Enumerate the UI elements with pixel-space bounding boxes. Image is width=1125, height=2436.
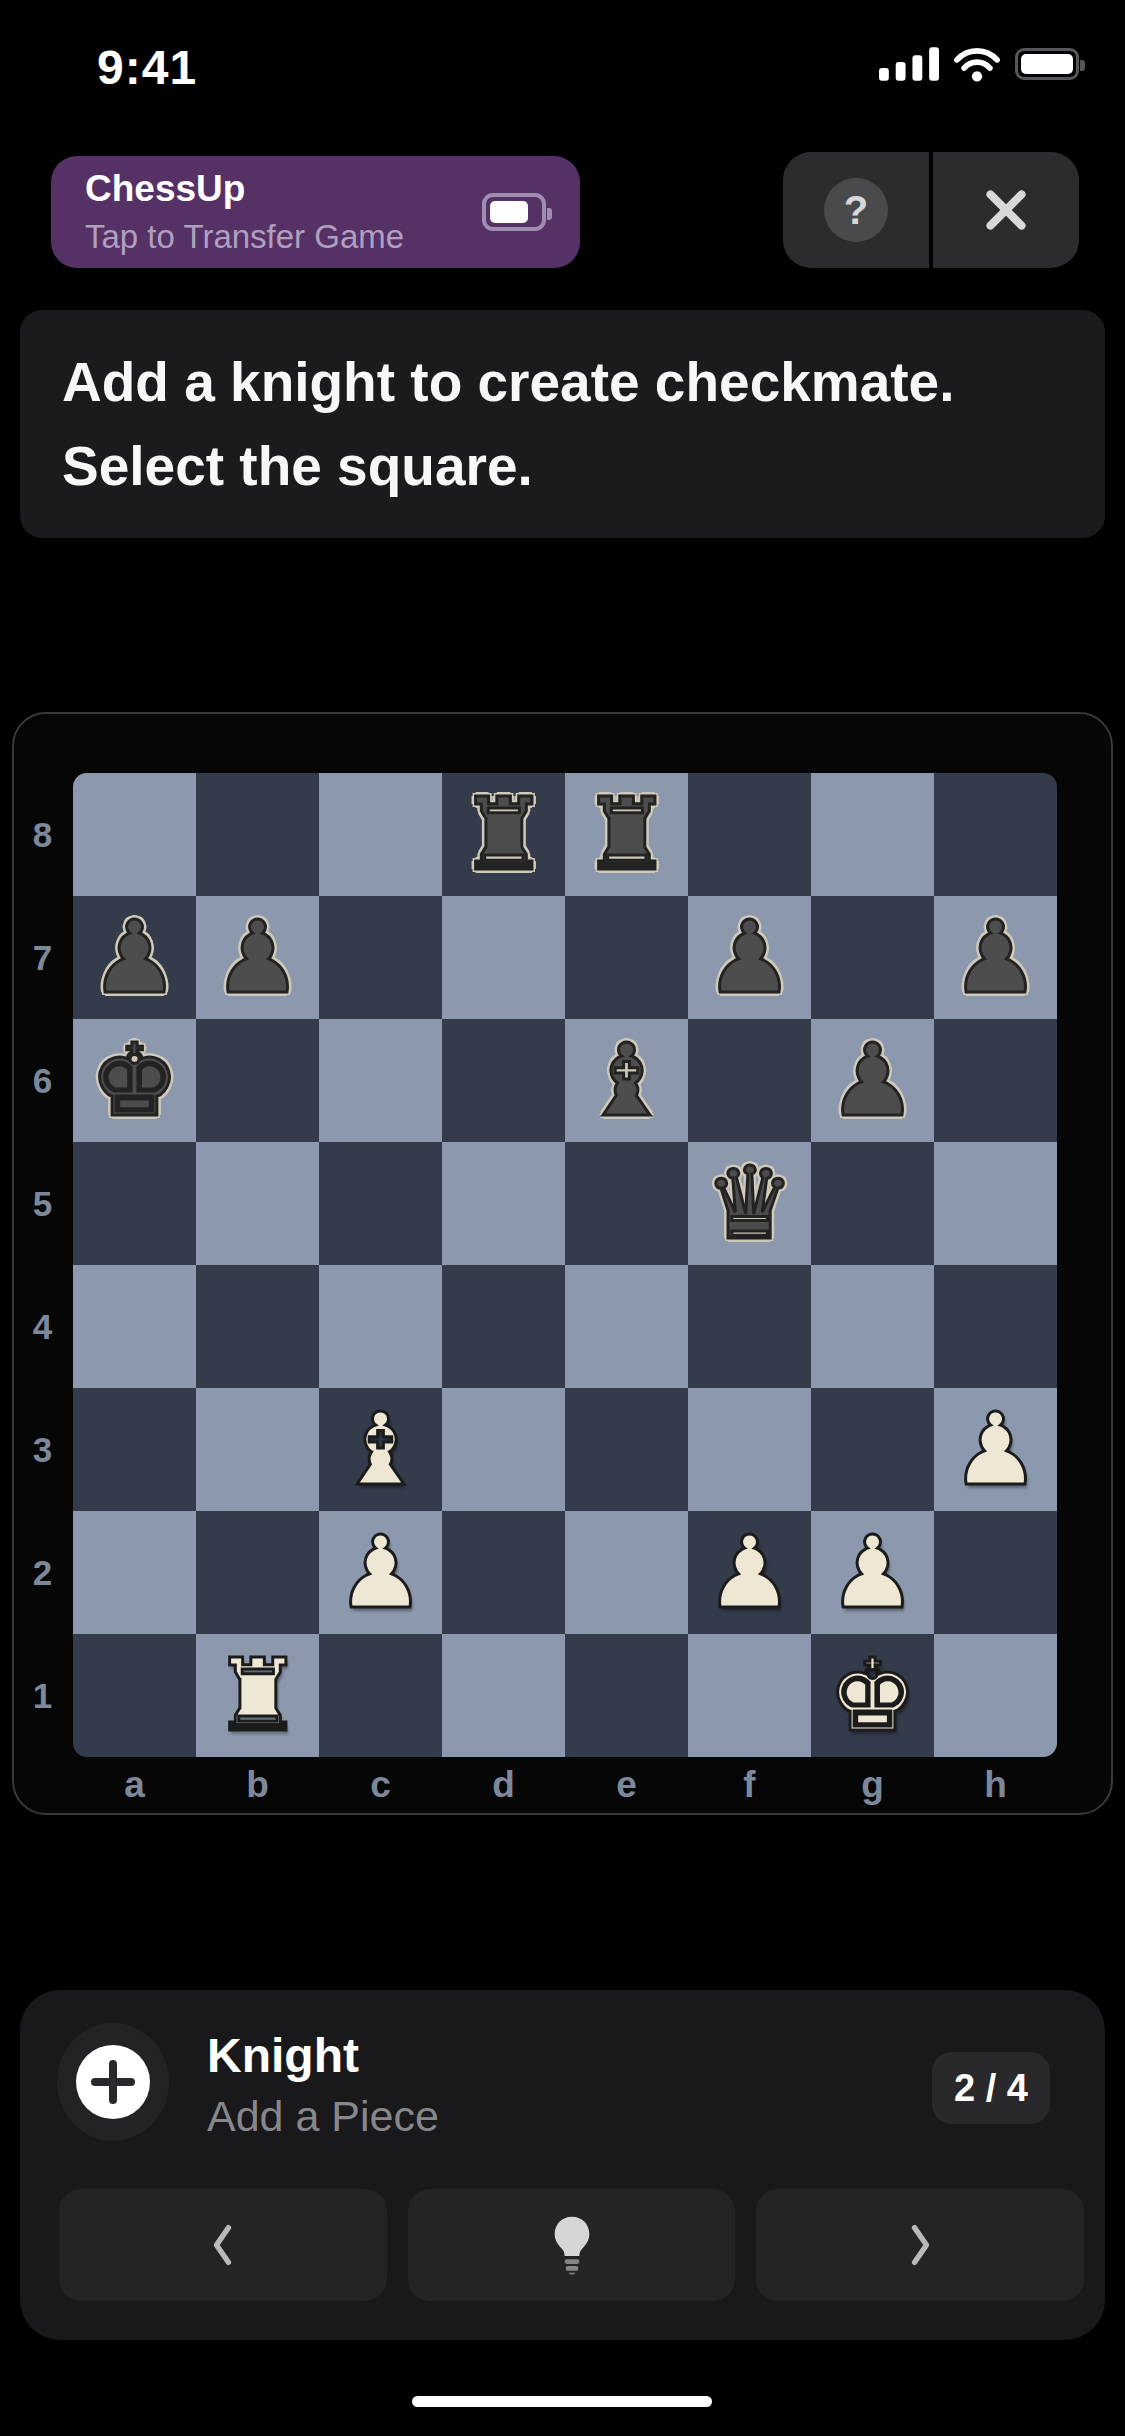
piece-panel-title: Knight [207, 2028, 359, 2083]
square-e3[interactable] [565, 1388, 688, 1511]
piece-white-bishop: ♝ [336, 1388, 426, 1511]
square-e6[interactable]: ♝ [565, 1019, 688, 1142]
square-h7[interactable]: ♟ [934, 896, 1057, 1019]
square-g1[interactable]: ♚ [811, 1634, 934, 1757]
square-h5[interactable] [934, 1142, 1057, 1265]
square-e7[interactable] [565, 896, 688, 1019]
rank-label-6: 6 [12, 1019, 73, 1142]
square-e5[interactable] [565, 1142, 688, 1265]
home-indicator[interactable] [412, 2396, 712, 2407]
file-label-h: h [934, 1757, 1057, 1813]
square-a6[interactable]: ♚ [73, 1019, 196, 1142]
square-h8[interactable] [934, 773, 1057, 896]
square-d7[interactable] [442, 896, 565, 1019]
square-c8[interactable] [319, 773, 442, 896]
square-e4[interactable] [565, 1265, 688, 1388]
cellular-signal-icon [879, 46, 939, 82]
file-label-c: c [319, 1757, 442, 1813]
rank-label-4: 4 [12, 1265, 73, 1388]
square-b4[interactable] [196, 1265, 319, 1388]
square-b2[interactable] [196, 1511, 319, 1634]
square-e8[interactable]: ♜ [565, 773, 688, 896]
rank-label-3: 3 [12, 1388, 73, 1511]
chevron-left-icon [210, 2223, 236, 2267]
piece-white-pawn: ♟ [828, 1511, 918, 1634]
rank-label-7: 7 [12, 896, 73, 1019]
square-c3[interactable]: ♝ [319, 1388, 442, 1511]
rank-label-2: 2 [12, 1511, 73, 1634]
piece-black-pawn: ♟ [90, 896, 180, 1019]
square-f8[interactable] [688, 773, 811, 896]
square-g3[interactable] [811, 1388, 934, 1511]
square-h6[interactable] [934, 1019, 1057, 1142]
instruction-panel: Add a knight to create checkmate. Select… [20, 310, 1105, 538]
wifi-icon [953, 47, 1001, 82]
next-button[interactable] [756, 2189, 1084, 2301]
piece-panel: Knight Add a Piece 2 / 4 [20, 1990, 1105, 2340]
square-e2[interactable] [565, 1511, 688, 1634]
square-a7[interactable]: ♟ [73, 896, 196, 1019]
status-bar-icons [879, 46, 1079, 82]
piece-black-queen: ♛ [705, 1142, 795, 1265]
square-c6[interactable] [319, 1019, 442, 1142]
square-g2[interactable]: ♟ [811, 1511, 934, 1634]
board-battery-icon [482, 193, 546, 231]
rank-label-5: 5 [12, 1142, 73, 1265]
piece-white-pawn: ♟ [336, 1511, 426, 1634]
square-g5[interactable] [811, 1142, 934, 1265]
file-label-g: g [811, 1757, 934, 1813]
square-g7[interactable] [811, 896, 934, 1019]
square-c7[interactable] [319, 896, 442, 1019]
banner-subtitle: Tap to Transfer Game [85, 218, 404, 256]
puzzle-counter-badge: 2 / 4 [932, 2052, 1050, 2124]
status-bar-time: 9:41 [97, 40, 197, 95]
file-label-b: b [196, 1757, 319, 1813]
square-d5[interactable] [442, 1142, 565, 1265]
nav-buttons [59, 2189, 1084, 2301]
transfer-banner[interactable]: ChessUp Tap to Transfer Game [51, 156, 580, 268]
header-actions: ? [783, 152, 1079, 268]
piece-white-pawn: ♟ [705, 1511, 795, 1634]
square-b1[interactable]: ♜ [196, 1634, 319, 1757]
square-b6[interactable] [196, 1019, 319, 1142]
square-c4[interactable] [319, 1265, 442, 1388]
rank-labels: 87654321 [12, 773, 73, 1757]
square-a1[interactable] [73, 1634, 196, 1757]
question-mark-icon: ? [824, 178, 888, 242]
piece-white-king: ♚ [828, 1634, 918, 1757]
square-h4[interactable] [934, 1265, 1057, 1388]
piece-black-pawn: ♟ [705, 896, 795, 1019]
file-label-d: d [442, 1757, 565, 1813]
piece-black-pawn: ♟ [951, 896, 1041, 1019]
piece-white-pawn: ♟ [951, 1388, 1041, 1511]
square-g6[interactable]: ♟ [811, 1019, 934, 1142]
square-c2[interactable]: ♟ [319, 1511, 442, 1634]
square-b5[interactable] [196, 1142, 319, 1265]
piece-black-bishop: ♝ [582, 1019, 672, 1142]
piece-black-pawn: ♟ [213, 896, 303, 1019]
square-e1[interactable] [565, 1634, 688, 1757]
square-d2[interactable] [442, 1511, 565, 1634]
square-b3[interactable] [196, 1388, 319, 1511]
rank-label-1: 1 [12, 1634, 73, 1757]
square-c1[interactable] [319, 1634, 442, 1757]
file-label-e: e [565, 1757, 688, 1813]
piece-white-rook: ♜ [213, 1634, 303, 1757]
close-icon [978, 182, 1034, 238]
square-a8[interactable] [73, 773, 196, 896]
add-piece-button[interactable] [57, 2023, 169, 2141]
square-a2[interactable] [73, 1511, 196, 1634]
battery-icon [1015, 48, 1079, 80]
square-d8[interactable]: ♜ [442, 773, 565, 896]
square-f3[interactable] [688, 1388, 811, 1511]
square-a4[interactable] [73, 1265, 196, 1388]
board: ♜♜♟♟♟♟♚♝♟♛♝♟♟♟♟♜♚ [73, 773, 1057, 1757]
square-f4[interactable] [688, 1265, 811, 1388]
plus-icon [76, 2045, 150, 2119]
square-f6[interactable] [688, 1019, 811, 1142]
hint-button[interactable] [408, 2189, 736, 2301]
square-a3[interactable] [73, 1388, 196, 1511]
square-g8[interactable] [811, 773, 934, 896]
square-b8[interactable] [196, 773, 319, 896]
instruction-text: Add a knight to create checkmate. Select… [62, 340, 992, 508]
chevron-right-icon [907, 2223, 933, 2267]
square-a5[interactable] [73, 1142, 196, 1265]
square-g4[interactable] [811, 1265, 934, 1388]
square-h3[interactable]: ♟ [934, 1388, 1057, 1511]
banner-title: ChessUp [85, 168, 404, 210]
file-labels: abcdefgh [73, 1757, 1057, 1813]
square-f5[interactable]: ♛ [688, 1142, 811, 1265]
square-c5[interactable] [319, 1142, 442, 1265]
file-label-f: f [688, 1757, 811, 1813]
square-f2[interactable]: ♟ [688, 1511, 811, 1634]
square-d6[interactable] [442, 1019, 565, 1142]
square-d4[interactable] [442, 1265, 565, 1388]
square-b7[interactable]: ♟ [196, 896, 319, 1019]
square-h2[interactable] [934, 1511, 1057, 1634]
help-button[interactable]: ? [783, 152, 929, 268]
piece-black-rook: ♜ [459, 773, 549, 896]
piece-panel-subtitle: Add a Piece [207, 2092, 439, 2141]
square-f1[interactable] [688, 1634, 811, 1757]
square-d1[interactable] [442, 1634, 565, 1757]
piece-black-king: ♚ [90, 1019, 180, 1142]
piece-black-pawn: ♟ [828, 1019, 918, 1142]
square-f7[interactable]: ♟ [688, 896, 811, 1019]
square-h1[interactable] [934, 1634, 1057, 1757]
close-button[interactable] [933, 152, 1079, 268]
lightbulb-icon [551, 2215, 593, 2275]
piece-black-rook: ♜ [582, 773, 672, 896]
prev-button[interactable] [59, 2189, 387, 2301]
rank-label-8: 8 [12, 773, 73, 896]
square-d3[interactable] [442, 1388, 565, 1511]
file-label-a: a [73, 1757, 196, 1813]
